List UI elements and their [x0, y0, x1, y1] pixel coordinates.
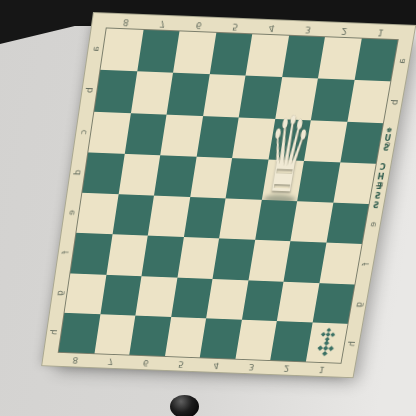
square-h1[interactable]	[305, 322, 347, 363]
black-piece-top[interactable]	[170, 395, 199, 416]
rank-label-7: 7	[92, 354, 129, 367]
rank-label-4: 4	[198, 358, 235, 371]
rank-label-7: 7	[143, 16, 181, 30]
rank-label-8: 8	[57, 353, 94, 366]
board-grid: ♛	[59, 28, 398, 362]
rank-label-2: 2	[325, 23, 364, 37]
square-d1[interactable]	[333, 162, 376, 204]
rank-label-5: 5	[216, 19, 254, 33]
rank-label-4: 4	[252, 20, 290, 34]
square-g1[interactable]	[312, 283, 354, 324]
rank-label-8: 8	[107, 15, 145, 29]
square-e1[interactable]	[326, 203, 369, 245]
rank-label-1: 1	[303, 362, 340, 375]
square-a1[interactable]	[354, 39, 398, 82]
square-c1[interactable]	[340, 121, 383, 163]
rank-label-5: 5	[162, 357, 199, 370]
rank-label-6: 6	[180, 18, 218, 32]
rank-label-6: 6	[127, 356, 164, 369]
chess-board: 87654321 87654321 abcdefgh abcdefgh ♚US …	[41, 12, 416, 378]
rank-label-1: 1	[361, 25, 400, 39]
rank-label-3: 3	[289, 22, 328, 36]
photo-scene: 87654321 87654321 abcdefgh abcdefgh ♚US …	[0, 0, 416, 416]
square-b1[interactable]	[347, 80, 390, 123]
square-d3[interactable]: ♛	[261, 159, 304, 201]
square-h8[interactable]	[59, 313, 100, 354]
checkered-diamond-logo	[314, 327, 340, 358]
rank-label-3: 3	[233, 360, 270, 373]
rank-label-2: 2	[268, 361, 305, 374]
square-f1[interactable]	[319, 243, 362, 284]
